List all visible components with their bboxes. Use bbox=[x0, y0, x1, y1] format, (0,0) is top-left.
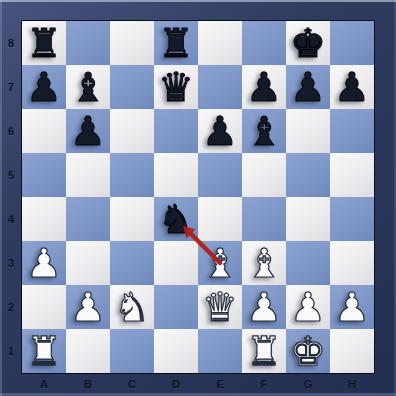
square-d6[interactable] bbox=[154, 109, 198, 153]
square-h8[interactable] bbox=[330, 21, 374, 65]
square-d4[interactable]: ♞ bbox=[154, 197, 198, 241]
rank-label-4: 4 bbox=[0, 197, 22, 241]
piece-white-pawn[interactable]: ♟ bbox=[246, 285, 282, 329]
piece-black-pawn[interactable]: ♟ bbox=[26, 65, 62, 109]
square-f4[interactable] bbox=[242, 197, 286, 241]
square-a8[interactable]: ♜ bbox=[22, 21, 66, 65]
square-e4[interactable] bbox=[198, 197, 242, 241]
rank-label-3: 3 bbox=[0, 241, 22, 285]
square-c1[interactable] bbox=[110, 329, 154, 373]
square-h6[interactable] bbox=[330, 109, 374, 153]
piece-black-pawn[interactable]: ♟ bbox=[334, 65, 370, 109]
square-f5[interactable] bbox=[242, 153, 286, 197]
piece-white-queen[interactable]: ♛ bbox=[202, 285, 238, 329]
square-e2[interactable]: ♛ bbox=[198, 285, 242, 329]
chess-board: ♜♜♚♟♝♛♟♟♟♟♟♝♞♟♝♝♟♞♛♟♟♟♜♜♚ bbox=[22, 21, 374, 373]
piece-white-rook[interactable]: ♜ bbox=[26, 329, 62, 373]
file-label-a: A bbox=[22, 373, 66, 394]
square-e3[interactable]: ♝ bbox=[198, 241, 242, 285]
piece-black-queen[interactable]: ♛ bbox=[158, 65, 194, 109]
square-g5[interactable] bbox=[286, 153, 330, 197]
square-b7[interactable]: ♝ bbox=[66, 65, 110, 109]
square-g1[interactable]: ♚ bbox=[286, 329, 330, 373]
square-f7[interactable]: ♟ bbox=[242, 65, 286, 109]
square-h4[interactable] bbox=[330, 197, 374, 241]
square-d3[interactable] bbox=[154, 241, 198, 285]
square-d1[interactable] bbox=[154, 329, 198, 373]
square-h3[interactable] bbox=[330, 241, 374, 285]
square-a3[interactable]: ♟ bbox=[22, 241, 66, 285]
piece-white-king[interactable]: ♚ bbox=[290, 329, 326, 373]
piece-black-pawn[interactable]: ♟ bbox=[70, 109, 106, 153]
square-d5[interactable] bbox=[154, 153, 198, 197]
square-e7[interactable] bbox=[198, 65, 242, 109]
file-label-f: F bbox=[242, 373, 286, 394]
square-c6[interactable] bbox=[110, 109, 154, 153]
square-f8[interactable] bbox=[242, 21, 286, 65]
square-h2[interactable]: ♟ bbox=[330, 285, 374, 329]
square-d2[interactable] bbox=[154, 285, 198, 329]
piece-black-pawn[interactable]: ♟ bbox=[246, 65, 282, 109]
piece-black-pawn[interactable]: ♟ bbox=[202, 109, 238, 153]
square-a2[interactable] bbox=[22, 285, 66, 329]
square-g4[interactable] bbox=[286, 197, 330, 241]
square-b6[interactable]: ♟ bbox=[66, 109, 110, 153]
piece-black-pawn[interactable]: ♟ bbox=[290, 65, 326, 109]
square-e8[interactable] bbox=[198, 21, 242, 65]
square-f3[interactable]: ♝ bbox=[242, 241, 286, 285]
square-f1[interactable]: ♜ bbox=[242, 329, 286, 373]
square-e1[interactable] bbox=[198, 329, 242, 373]
square-b3[interactable] bbox=[66, 241, 110, 285]
square-c3[interactable] bbox=[110, 241, 154, 285]
square-g2[interactable]: ♟ bbox=[286, 285, 330, 329]
square-f6[interactable]: ♝ bbox=[242, 109, 286, 153]
square-g7[interactable]: ♟ bbox=[286, 65, 330, 109]
square-b8[interactable] bbox=[66, 21, 110, 65]
square-a6[interactable] bbox=[22, 109, 66, 153]
square-d7[interactable]: ♛ bbox=[154, 65, 198, 109]
square-a4[interactable] bbox=[22, 197, 66, 241]
piece-black-rook[interactable]: ♜ bbox=[26, 21, 62, 65]
square-b5[interactable] bbox=[66, 153, 110, 197]
piece-black-rook[interactable]: ♜ bbox=[158, 21, 194, 65]
rank-label-8: 8 bbox=[0, 21, 22, 65]
file-label-h: H bbox=[330, 373, 374, 394]
square-c7[interactable] bbox=[110, 65, 154, 109]
square-e6[interactable]: ♟ bbox=[198, 109, 242, 153]
square-b2[interactable]: ♟ bbox=[66, 285, 110, 329]
square-g8[interactable]: ♚ bbox=[286, 21, 330, 65]
square-h1[interactable] bbox=[330, 329, 374, 373]
square-a1[interactable]: ♜ bbox=[22, 329, 66, 373]
piece-black-bishop[interactable]: ♝ bbox=[70, 65, 106, 109]
file-label-e: E bbox=[198, 373, 242, 394]
rank-label-5: 5 bbox=[0, 153, 22, 197]
square-b1[interactable] bbox=[66, 329, 110, 373]
piece-black-bishop[interactable]: ♝ bbox=[246, 109, 282, 153]
square-h7[interactable]: ♟ bbox=[330, 65, 374, 109]
piece-white-rook[interactable]: ♜ bbox=[246, 329, 282, 373]
file-label-c: C bbox=[110, 373, 154, 394]
piece-white-pawn[interactable]: ♟ bbox=[290, 285, 326, 329]
file-label-b: B bbox=[66, 373, 110, 394]
chessboard-window: ♜♜♚♟♝♛♟♟♟♟♟♝♞♟♝♝♟♞♛♟♟♟♜♜♚ 87654321ABCDEF… bbox=[0, 0, 396, 396]
rank-label-2: 2 bbox=[0, 285, 22, 329]
square-c5[interactable] bbox=[110, 153, 154, 197]
rank-label-7: 7 bbox=[0, 65, 22, 109]
square-e5[interactable] bbox=[198, 153, 242, 197]
square-h5[interactable] bbox=[330, 153, 374, 197]
piece-white-bishop[interactable]: ♝ bbox=[246, 241, 282, 285]
rank-label-1: 1 bbox=[0, 329, 22, 373]
file-label-g: G bbox=[286, 373, 330, 394]
square-g3[interactable] bbox=[286, 241, 330, 285]
piece-white-pawn[interactable]: ♟ bbox=[70, 285, 106, 329]
piece-white-knight[interactable]: ♞ bbox=[114, 285, 150, 329]
square-a5[interactable] bbox=[22, 153, 66, 197]
file-label-d: D bbox=[154, 373, 198, 394]
square-c4[interactable] bbox=[110, 197, 154, 241]
piece-white-pawn[interactable]: ♟ bbox=[334, 285, 370, 329]
square-c2[interactable]: ♞ bbox=[110, 285, 154, 329]
piece-white-bishop[interactable]: ♝ bbox=[202, 241, 238, 285]
square-a7[interactable]: ♟ bbox=[22, 65, 66, 109]
square-d8[interactable]: ♜ bbox=[154, 21, 198, 65]
square-b4[interactable] bbox=[66, 197, 110, 241]
square-c8[interactable] bbox=[110, 21, 154, 65]
piece-black-king[interactable]: ♚ bbox=[290, 21, 326, 65]
piece-white-pawn[interactable]: ♟ bbox=[26, 241, 62, 285]
square-g6[interactable] bbox=[286, 109, 330, 153]
rank-label-6: 6 bbox=[0, 109, 22, 153]
square-f2[interactable]: ♟ bbox=[242, 285, 286, 329]
piece-black-knight[interactable]: ♞ bbox=[158, 197, 194, 241]
